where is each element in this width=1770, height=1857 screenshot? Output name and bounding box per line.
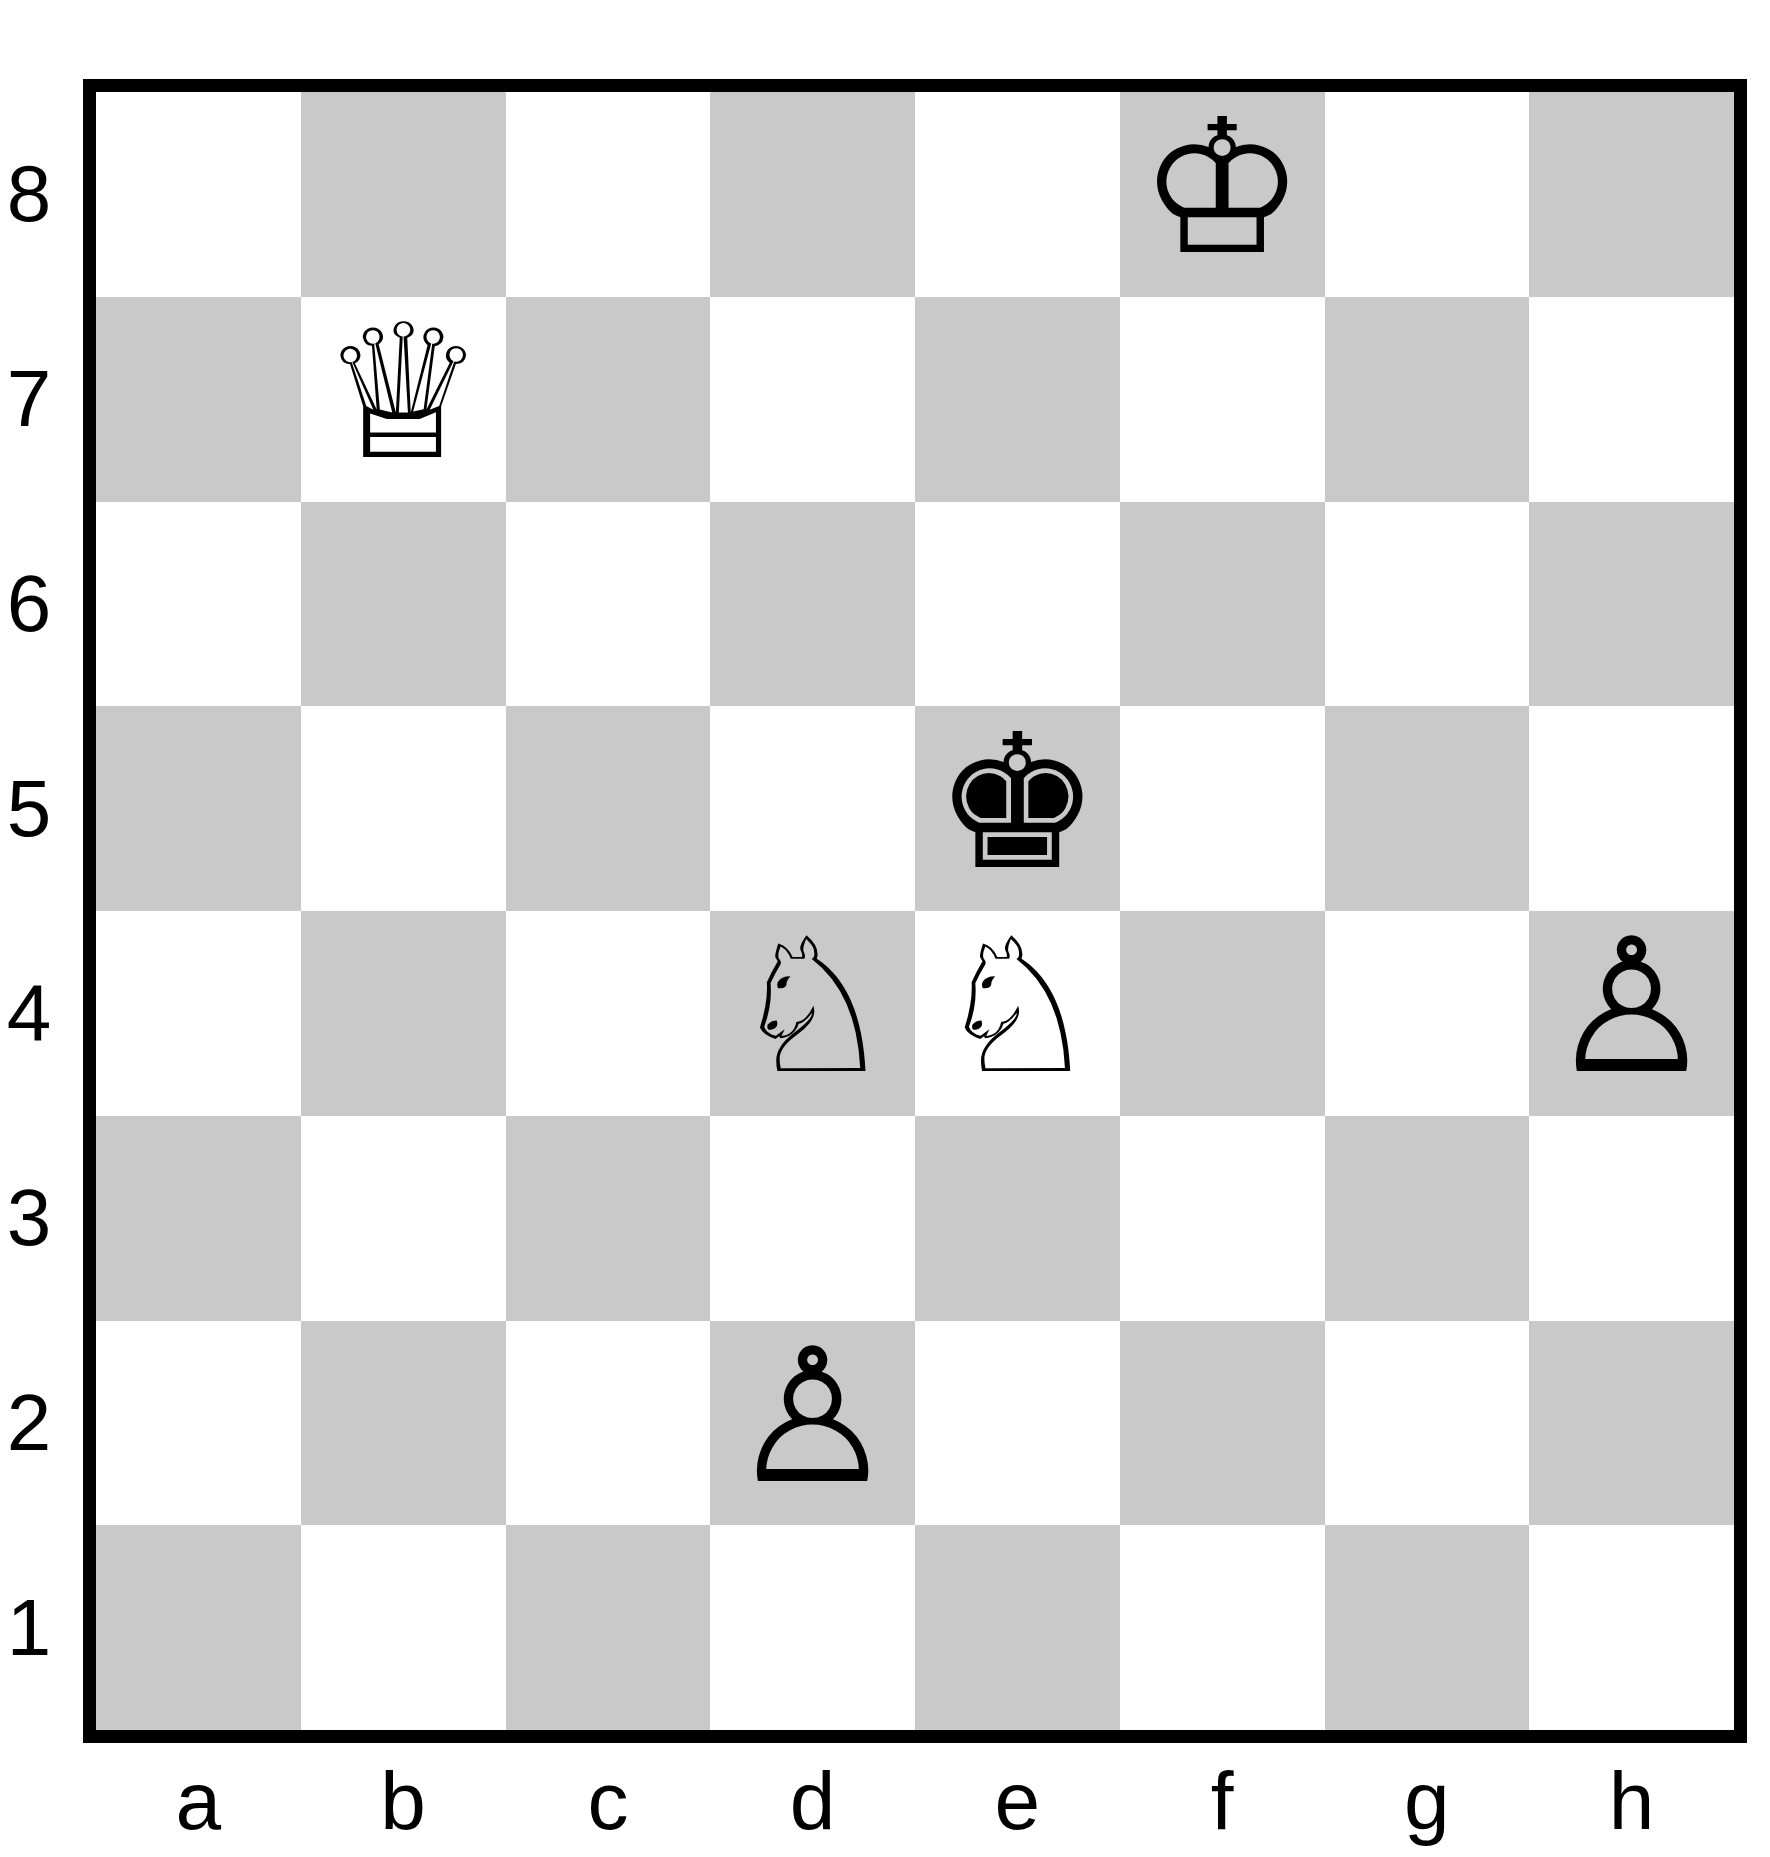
rank-label-1: 1 [0, 1525, 58, 1730]
black-king-piece[interactable]: ♚ [934, 710, 1101, 896]
square-b2[interactable] [301, 1321, 506, 1526]
file-label-a: a [96, 1748, 301, 1853]
rank-label-2: 2 [0, 1321, 58, 1526]
square-f1[interactable] [1120, 1525, 1325, 1730]
square-c3[interactable] [506, 1116, 711, 1321]
square-c1[interactable] [506, 1525, 711, 1730]
square-a5[interactable] [96, 706, 301, 911]
rank-labels: 87654321 [0, 92, 58, 1730]
square-h8[interactable] [1529, 92, 1734, 297]
square-g4[interactable] [1325, 911, 1530, 1116]
square-d4[interactable]: ♘ [710, 911, 915, 1116]
square-g3[interactable] [1325, 1116, 1530, 1321]
square-h3[interactable] [1529, 1116, 1734, 1321]
square-g5[interactable] [1325, 706, 1530, 911]
square-h5[interactable] [1529, 706, 1734, 911]
square-f3[interactable] [1120, 1116, 1325, 1321]
square-b8[interactable] [301, 92, 506, 297]
square-h2[interactable] [1529, 1321, 1734, 1526]
square-c6[interactable] [506, 502, 711, 707]
white-pawn-piece[interactable]: ♙ [1548, 914, 1715, 1100]
rank-label-6: 6 [0, 502, 58, 707]
square-a7[interactable] [96, 297, 301, 502]
square-b3[interactable] [301, 1116, 506, 1321]
square-f8[interactable]: ♔ [1120, 92, 1325, 297]
square-f6[interactable] [1120, 502, 1325, 707]
square-h6[interactable] [1529, 502, 1734, 707]
square-g8[interactable] [1325, 92, 1530, 297]
board-frame: ♔♕♚♘♘♙♙ [83, 79, 1747, 1743]
square-g2[interactable] [1325, 1321, 1530, 1526]
square-b1[interactable] [301, 1525, 506, 1730]
file-label-e: e [915, 1748, 1120, 1853]
square-a4[interactable] [96, 911, 301, 1116]
square-c5[interactable] [506, 706, 711, 911]
square-b5[interactable] [301, 706, 506, 911]
white-knight-piece[interactable]: ♘ [934, 914, 1101, 1100]
white-king-piece[interactable]: ♔ [1139, 95, 1306, 281]
file-label-h: h [1529, 1748, 1734, 1853]
square-a3[interactable] [96, 1116, 301, 1321]
file-label-f: f [1120, 1748, 1325, 1853]
square-f2[interactable] [1120, 1321, 1325, 1526]
square-f4[interactable] [1120, 911, 1325, 1116]
square-g7[interactable] [1325, 297, 1530, 502]
square-e3[interactable] [915, 1116, 1120, 1321]
white-knight-piece[interactable]: ♘ [729, 914, 896, 1100]
square-a1[interactable] [96, 1525, 301, 1730]
square-g1[interactable] [1325, 1525, 1530, 1730]
square-b4[interactable] [301, 911, 506, 1116]
chess-board: ♔♕♚♘♘♙♙ [96, 92, 1734, 1730]
square-e4[interactable]: ♘ [915, 911, 1120, 1116]
square-d8[interactable] [710, 92, 915, 297]
rank-label-7: 7 [0, 297, 58, 502]
square-e6[interactable] [915, 502, 1120, 707]
square-d6[interactable] [710, 502, 915, 707]
square-d5[interactable] [710, 706, 915, 911]
file-label-b: b [301, 1748, 506, 1853]
square-e2[interactable] [915, 1321, 1120, 1526]
square-b7[interactable]: ♕ [301, 297, 506, 502]
square-e8[interactable] [915, 92, 1120, 297]
square-f5[interactable] [1120, 706, 1325, 911]
chess-diagram-page: 87654321 ♔♕♚♘♘♙♙ abcdefgh [0, 0, 1770, 1857]
square-f7[interactable] [1120, 297, 1325, 502]
square-g6[interactable] [1325, 502, 1530, 707]
file-labels: abcdefgh [96, 1748, 1734, 1853]
rank-label-3: 3 [0, 1116, 58, 1321]
square-a2[interactable] [96, 1321, 301, 1526]
square-d2[interactable]: ♙ [710, 1321, 915, 1526]
square-a8[interactable] [96, 92, 301, 297]
square-d3[interactable] [710, 1116, 915, 1321]
file-label-g: g [1325, 1748, 1530, 1853]
rank-label-8: 8 [0, 92, 58, 297]
square-e5[interactable]: ♚ [915, 706, 1120, 911]
square-h4[interactable]: ♙ [1529, 911, 1734, 1116]
square-e7[interactable] [915, 297, 1120, 502]
square-h1[interactable] [1529, 1525, 1734, 1730]
square-a6[interactable] [96, 502, 301, 707]
rank-label-5: 5 [0, 706, 58, 911]
square-e1[interactable] [915, 1525, 1120, 1730]
white-queen-piece[interactable]: ♕ [320, 300, 487, 486]
square-d7[interactable] [710, 297, 915, 502]
square-b6[interactable] [301, 502, 506, 707]
square-d1[interactable] [710, 1525, 915, 1730]
square-c8[interactable] [506, 92, 711, 297]
square-c4[interactable] [506, 911, 711, 1116]
file-label-d: d [710, 1748, 915, 1853]
square-c7[interactable] [506, 297, 711, 502]
white-pawn-piece[interactable]: ♙ [729, 1324, 896, 1510]
rank-label-4: 4 [0, 911, 58, 1116]
square-h7[interactable] [1529, 297, 1734, 502]
file-label-c: c [506, 1748, 711, 1853]
square-c2[interactable] [506, 1321, 711, 1526]
